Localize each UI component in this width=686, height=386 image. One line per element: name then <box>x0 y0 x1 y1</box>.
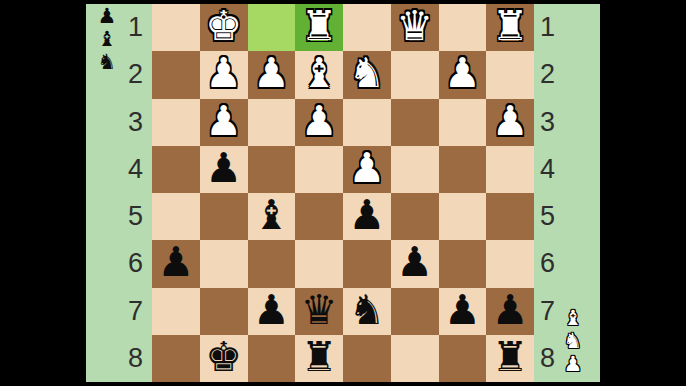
square-b8[interactable] <box>439 335 487 382</box>
rank-label-left-4: 4 <box>116 146 148 193</box>
square-g1[interactable]: ♚ <box>200 4 248 51</box>
square-b7[interactable]: ♟ <box>439 288 487 335</box>
rank-label-right-4: 4 <box>537 146 565 193</box>
square-h3[interactable] <box>152 99 200 146</box>
white-rook-a1: ♜ <box>492 6 529 47</box>
square-e3[interactable]: ♟ <box>295 99 343 146</box>
rank-label-right-8: 8 <box>537 335 565 382</box>
square-f2[interactable]: ♟ <box>248 51 296 98</box>
black-king-g8: ♚ <box>205 337 242 378</box>
black-bishop-f5: ♝ <box>253 195 290 236</box>
square-h7[interactable] <box>152 288 200 335</box>
square-c7[interactable] <box>391 288 439 335</box>
square-h4[interactable] <box>152 146 200 193</box>
square-g2[interactable]: ♟ <box>200 51 248 98</box>
black-queen-e7: ♛ <box>301 290 338 331</box>
black-knight-d7: ♞ <box>348 290 385 331</box>
chess-board: ♚♜♛♜♟♟♝♞♟♟♟♟♟♟♝♟♟♟♟♛♞♟♟♚♜♜ <box>152 4 534 382</box>
black-pawn-b7: ♟ <box>444 290 481 331</box>
square-c2[interactable] <box>391 51 439 98</box>
square-c3[interactable] <box>391 99 439 146</box>
square-f4[interactable] <box>248 146 296 193</box>
square-h5[interactable] <box>152 193 200 240</box>
white-king-g1: ♚ <box>205 6 242 47</box>
square-e5[interactable] <box>295 193 343 240</box>
rank-labels-left: 12345678 <box>116 4 148 382</box>
white-knight-d2: ♞ <box>348 53 385 94</box>
square-a5[interactable] <box>486 193 534 240</box>
square-b4[interactable] <box>439 146 487 193</box>
square-g6[interactable] <box>200 240 248 287</box>
black-rook-e8: ♜ <box>301 337 338 378</box>
square-c6[interactable]: ♟ <box>391 240 439 287</box>
black-pawn-h6: ♟ <box>157 242 194 283</box>
white-pawn-a3: ♟ <box>492 101 529 142</box>
square-c1[interactable]: ♛ <box>391 4 439 51</box>
rank-label-left-2: 2 <box>116 51 148 98</box>
white-pawn-d4: ♟ <box>348 148 385 189</box>
rank-label-right-7: 7 <box>537 288 565 335</box>
rank-label-left-3: 3 <box>116 99 148 146</box>
square-h8[interactable] <box>152 335 200 382</box>
black-pawn-f7: ♟ <box>253 290 290 331</box>
rank-label-left-5: 5 <box>116 193 148 240</box>
square-d3[interactable] <box>343 99 391 146</box>
rank-label-left-7: 7 <box>116 288 148 335</box>
captured-white-pawn-icon: ♟ <box>564 353 583 376</box>
square-f8[interactable] <box>248 335 296 382</box>
square-a2[interactable] <box>486 51 534 98</box>
square-e1[interactable]: ♜ <box>295 4 343 51</box>
rank-label-right-2: 2 <box>537 51 565 98</box>
white-pawn-e3: ♟ <box>301 101 338 142</box>
square-d4[interactable]: ♟ <box>343 146 391 193</box>
white-pawn-g3: ♟ <box>205 101 242 142</box>
square-a8[interactable]: ♜ <box>486 335 534 382</box>
captured-black-knight-icon: ♞ <box>98 51 117 74</box>
rank-label-left-8: 8 <box>116 335 148 382</box>
black-pawn-d5: ♟ <box>348 195 385 236</box>
square-g3[interactable]: ♟ <box>200 99 248 146</box>
square-d6[interactable] <box>343 240 391 287</box>
square-c8[interactable] <box>391 335 439 382</box>
square-f7[interactable]: ♟ <box>248 288 296 335</box>
captured-black-pawn-icon: ♟ <box>98 5 117 28</box>
square-e8[interactable]: ♜ <box>295 335 343 382</box>
square-h6[interactable]: ♟ <box>152 240 200 287</box>
black-pawn-g4: ♟ <box>205 148 242 189</box>
square-a3[interactable]: ♟ <box>486 99 534 146</box>
white-pawn-g2: ♟ <box>205 53 242 94</box>
rank-label-left-1: 1 <box>116 4 148 51</box>
captured-white-knight-icon: ♞ <box>564 330 583 353</box>
square-e2[interactable]: ♝ <box>295 51 343 98</box>
square-g8[interactable]: ♚ <box>200 335 248 382</box>
black-pawn-a7: ♟ <box>492 290 529 331</box>
square-e4[interactable] <box>295 146 343 193</box>
square-d1[interactable] <box>343 4 391 51</box>
captured-black-bishop-icon: ♝ <box>98 28 117 51</box>
rank-label-right-1: 1 <box>537 4 565 51</box>
square-f5[interactable]: ♝ <box>248 193 296 240</box>
square-g4[interactable]: ♟ <box>200 146 248 193</box>
white-pawn-f2: ♟ <box>253 53 290 94</box>
square-d8[interactable] <box>343 335 391 382</box>
square-e6[interactable] <box>295 240 343 287</box>
square-d7[interactable]: ♞ <box>343 288 391 335</box>
square-h1[interactable] <box>152 4 200 51</box>
square-b3[interactable] <box>439 99 487 146</box>
square-c5[interactable] <box>391 193 439 240</box>
square-a7[interactable]: ♟ <box>486 288 534 335</box>
rank-label-right-5: 5 <box>537 193 565 240</box>
square-g5[interactable] <box>200 193 248 240</box>
square-h2[interactable] <box>152 51 200 98</box>
rank-label-right-3: 3 <box>537 99 565 146</box>
white-bishop-e2: ♝ <box>301 53 338 94</box>
rank-label-left-6: 6 <box>116 240 148 287</box>
square-b6[interactable] <box>439 240 487 287</box>
captured-white-bishop-icon: ♝ <box>564 307 583 330</box>
square-f3[interactable] <box>248 99 296 146</box>
square-b1[interactable] <box>439 4 487 51</box>
square-d5[interactable]: ♟ <box>343 193 391 240</box>
chess-app-screen: ♟♝♞ ♝♞♟ 12345678 12345678 ♚♜♛♜♟♟♝♞♟♟♟♟♟♟… <box>0 0 686 386</box>
rank-label-right-6: 6 <box>537 240 565 287</box>
square-a4[interactable] <box>486 146 534 193</box>
square-b5[interactable] <box>439 193 487 240</box>
square-f6[interactable] <box>248 240 296 287</box>
square-e7[interactable]: ♛ <box>295 288 343 335</box>
square-f1[interactable] <box>248 4 296 51</box>
square-a1[interactable]: ♜ <box>486 4 534 51</box>
white-queen-c1: ♛ <box>396 6 433 47</box>
square-a6[interactable] <box>486 240 534 287</box>
square-b2[interactable]: ♟ <box>439 51 487 98</box>
black-pawn-c6: ♟ <box>396 242 433 283</box>
rank-labels-right: 12345678 <box>537 4 565 382</box>
black-rook-a8: ♜ <box>492 337 529 378</box>
white-pawn-b2: ♟ <box>444 53 481 94</box>
white-rook-e1: ♜ <box>301 6 338 47</box>
square-c4[interactable] <box>391 146 439 193</box>
square-d2[interactable]: ♞ <box>343 51 391 98</box>
square-g7[interactable] <box>200 288 248 335</box>
